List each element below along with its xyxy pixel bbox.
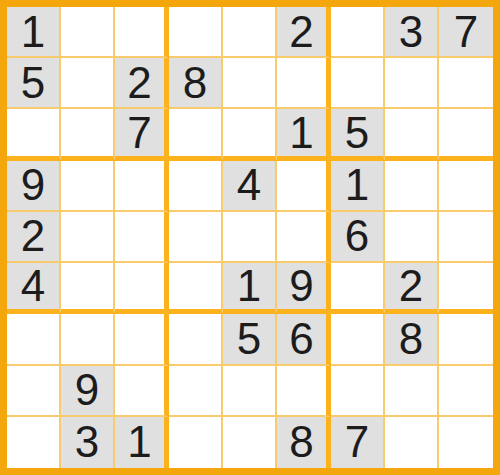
cell-r3c2[interactable] [61,109,115,160]
cell-r6c5: 1 [223,263,277,314]
cell-r3c4[interactable] [169,109,223,160]
cell-r6c4[interactable] [169,263,223,314]
cell-r3c8[interactable] [385,109,439,160]
cell-r6c7[interactable] [331,263,385,314]
cell-r4c5: 4 [223,161,277,212]
cell-r2c2[interactable] [61,58,115,109]
cell-r8c8[interactable] [385,366,439,417]
cell-r5c4[interactable] [169,212,223,263]
cell-r9c3: 1 [115,417,169,468]
cell-r1c8: 3 [385,7,439,58]
cell-r7c4[interactable] [169,314,223,365]
cell-r6c3[interactable] [115,263,169,314]
cell-r5c1: 2 [7,212,61,263]
cell-r9c8[interactable] [385,417,439,468]
cell-r9c5[interactable] [223,417,277,468]
cell-r9c4[interactable] [169,417,223,468]
cell-r1c9: 7 [439,7,493,58]
cell-r8c7[interactable] [331,366,385,417]
cell-r7c5: 5 [223,314,277,365]
cell-r5c8[interactable] [385,212,439,263]
cell-r2c9[interactable] [439,58,493,109]
cell-r2c7[interactable] [331,58,385,109]
cell-r5c5[interactable] [223,212,277,263]
cell-r6c1: 4 [7,263,61,314]
cell-r5c6[interactable] [277,212,331,263]
cell-r2c4: 8 [169,58,223,109]
cell-r8c2: 9 [61,366,115,417]
cell-r5c9[interactable] [439,212,493,263]
cell-r2c1: 5 [7,58,61,109]
cell-r3c6: 1 [277,109,331,160]
cell-r1c3[interactable] [115,7,169,58]
cell-r7c8: 8 [385,314,439,365]
cell-r4c6[interactable] [277,161,331,212]
cell-r1c1: 1 [7,7,61,58]
cell-r8c4[interactable] [169,366,223,417]
cell-r4c7: 1 [331,161,385,212]
cell-r7c9[interactable] [439,314,493,365]
cell-r7c3[interactable] [115,314,169,365]
cell-r9c9[interactable] [439,417,493,468]
cell-r2c8[interactable] [385,58,439,109]
cell-r4c2[interactable] [61,161,115,212]
cell-r8c5[interactable] [223,366,277,417]
cell-r2c5[interactable] [223,58,277,109]
sudoku-board: 123752871594126419256893187 [0,0,500,475]
cell-r8c6[interactable] [277,366,331,417]
cell-r3c5[interactable] [223,109,277,160]
cell-r6c8: 2 [385,263,439,314]
cell-r1c7[interactable] [331,7,385,58]
cell-r5c7: 6 [331,212,385,263]
cell-r1c2[interactable] [61,7,115,58]
cell-r4c8[interactable] [385,161,439,212]
cell-r7c1[interactable] [7,314,61,365]
cell-r6c6: 9 [277,263,331,314]
cell-r6c9[interactable] [439,263,493,314]
cell-r7c7[interactable] [331,314,385,365]
cell-r4c3[interactable] [115,161,169,212]
cell-r7c2[interactable] [61,314,115,365]
cell-r4c4[interactable] [169,161,223,212]
cell-r9c2: 3 [61,417,115,468]
cell-r8c1[interactable] [7,366,61,417]
cell-r8c3[interactable] [115,366,169,417]
cell-r1c4[interactable] [169,7,223,58]
cell-r1c6: 2 [277,7,331,58]
cell-r5c2[interactable] [61,212,115,263]
cell-r3c3: 7 [115,109,169,160]
cell-r3c9[interactable] [439,109,493,160]
cell-r2c3: 2 [115,58,169,109]
cell-r6c2[interactable] [61,263,115,314]
cell-r9c6: 8 [277,417,331,468]
cell-r4c9[interactable] [439,161,493,212]
sudoku-puzzle: 123752871594126419256893187 [0,0,500,475]
cell-r8c9[interactable] [439,366,493,417]
cell-r7c6: 6 [277,314,331,365]
cell-r5c3[interactable] [115,212,169,263]
cell-r3c1[interactable] [7,109,61,160]
cell-r4c1: 9 [7,161,61,212]
cell-r3c7: 5 [331,109,385,160]
cell-r9c7: 7 [331,417,385,468]
cell-r2c6[interactable] [277,58,331,109]
cell-r9c1[interactable] [7,417,61,468]
cell-r1c5[interactable] [223,7,277,58]
